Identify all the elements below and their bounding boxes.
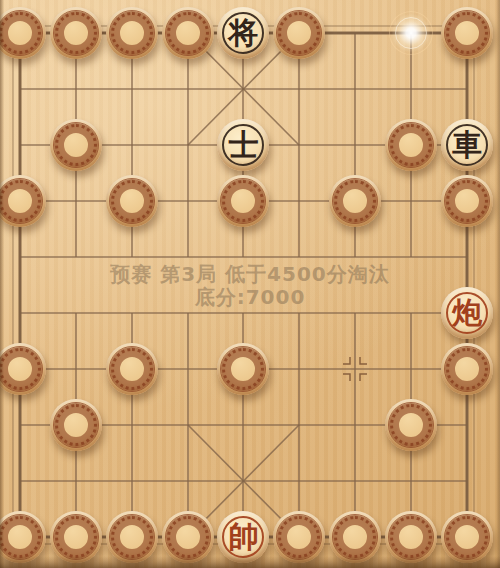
hidden-piece-black[interactable] bbox=[0, 175, 46, 227]
black-chariot[interactable]: 車 bbox=[441, 119, 493, 171]
last-move-from-glow bbox=[389, 11, 433, 55]
piece-glyph: 士 bbox=[228, 130, 258, 160]
board-bevel-left bbox=[0, 0, 4, 568]
hidden-piece-red[interactable] bbox=[106, 343, 158, 395]
hidden-piece-black[interactable] bbox=[273, 7, 325, 59]
piece-glyph: 帥 bbox=[228, 522, 258, 552]
black-advisor[interactable]: 士 bbox=[217, 119, 269, 171]
hidden-piece-black[interactable] bbox=[106, 7, 158, 59]
board-bevel-right bbox=[496, 0, 500, 568]
hidden-piece-red[interactable] bbox=[217, 343, 269, 395]
hidden-piece-black[interactable] bbox=[50, 7, 102, 59]
hidden-piece-black[interactable] bbox=[106, 175, 158, 227]
piece-glyph: 車 bbox=[452, 130, 482, 160]
hidden-piece-red[interactable] bbox=[385, 399, 437, 451]
piece-glyph: 炮 bbox=[452, 298, 482, 328]
hidden-piece-red[interactable] bbox=[50, 399, 102, 451]
hidden-piece-black[interactable] bbox=[329, 175, 381, 227]
hidden-piece-black[interactable] bbox=[217, 175, 269, 227]
hidden-piece-black[interactable] bbox=[162, 7, 214, 59]
black-general[interactable]: 将 bbox=[217, 7, 269, 59]
hidden-piece-black[interactable] bbox=[0, 7, 46, 59]
hidden-piece-black[interactable] bbox=[441, 7, 493, 59]
hidden-piece-black[interactable] bbox=[385, 119, 437, 171]
hidden-piece-red[interactable] bbox=[441, 343, 493, 395]
board-bevel-bottom bbox=[0, 556, 500, 568]
hidden-piece-black[interactable] bbox=[441, 175, 493, 227]
hidden-piece-black[interactable] bbox=[50, 119, 102, 171]
hidden-piece-red[interactable] bbox=[0, 343, 46, 395]
piece-glyph: 将 bbox=[228, 18, 258, 48]
red-cannon[interactable]: 炮 bbox=[441, 287, 493, 339]
pieces-layer: 将士車炮帥 bbox=[0, 5, 495, 565]
